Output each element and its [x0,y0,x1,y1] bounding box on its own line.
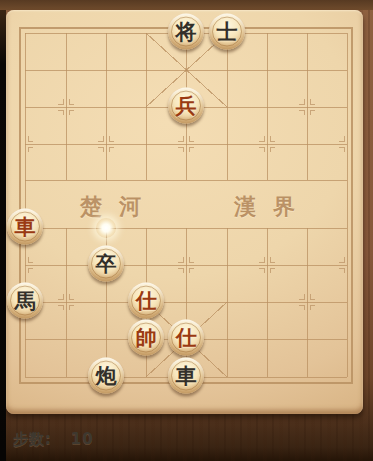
move-counter-label: 步数: [13,430,52,448]
piece-black-cannon[interactable]: 炮 [88,358,124,394]
piece-black-chariot[interactable]: 車 [168,358,204,394]
piece-black-advisor[interactable]: 士 [209,14,245,50]
game-screen: 楚河 漢界 将士兵車卒馬仕帥仕炮車 步数: 10 [0,0,373,461]
piece-red-advisor[interactable]: 仕 [168,320,204,356]
last-move-indicator [96,218,116,238]
piece-black-general[interactable]: 将 [168,14,204,50]
piece-red-advisor[interactable]: 仕 [128,283,164,319]
move-counter-space [58,430,64,448]
piece-black-horse[interactable]: 馬 [7,283,43,319]
move-counter: 步数: 10 [13,430,94,448]
piece-red-chariot[interactable]: 車 [7,209,43,245]
piece-red-soldier[interactable]: 兵 [168,88,204,124]
move-counter-value: 10 [71,430,94,448]
xiangqi-board[interactable]: 将士兵車卒馬仕帥仕炮車 [0,0,373,461]
piece-black-soldier[interactable]: 卒 [88,246,124,282]
piece-red-general[interactable]: 帥 [128,320,164,356]
